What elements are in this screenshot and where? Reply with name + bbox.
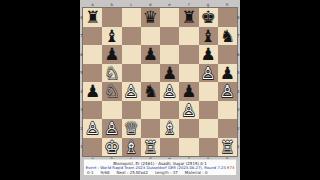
black-queen-d8: ♛ xyxy=(143,8,158,27)
white-bishop-c1: ♗ xyxy=(124,138,139,157)
white-knight-b5: ♘ xyxy=(104,64,119,83)
white-pawn-f3: ♙ xyxy=(181,101,196,120)
square-d7 xyxy=(141,27,160,46)
square-f2 xyxy=(179,119,198,138)
square-g7: ♝ xyxy=(199,27,218,46)
square-e7 xyxy=(160,27,179,46)
rank-label-1-left: 1 xyxy=(78,145,86,149)
square-e3 xyxy=(160,101,179,120)
rank-label-8-right: 8 xyxy=(234,16,242,20)
white-knight-b4: ♘ xyxy=(104,82,119,101)
rank-label-1-right: 1 xyxy=(234,145,242,149)
white-king-b1: ♔ xyxy=(104,138,119,157)
rank-label-7-left: 7 xyxy=(78,34,86,38)
file-label-c-top: c xyxy=(127,3,135,7)
square-d2 xyxy=(141,119,160,138)
square-b8 xyxy=(102,8,121,27)
square-b2: ♙ xyxy=(102,119,121,138)
square-f6 xyxy=(179,45,198,64)
file-label-d-top: d xyxy=(146,3,154,7)
rank-label-3-right: 3 xyxy=(234,108,242,112)
file-label-h-top: h xyxy=(223,3,231,7)
square-f1 xyxy=(179,138,198,157)
black-knight-h7: ♞ xyxy=(220,27,235,46)
video-frame: { "game": "chess", "position": { "fen": … xyxy=(0,0,320,180)
white-rook-h1: ♖ xyxy=(220,138,235,157)
square-d4: ♞ xyxy=(141,82,160,101)
square-c4: ♙ xyxy=(122,82,141,101)
stat-item-3: Length : 37 xyxy=(155,170,178,175)
square-g8: ♚ xyxy=(199,8,218,27)
white-pawn-e4: ♙ xyxy=(162,82,177,101)
square-a7 xyxy=(83,27,102,46)
rank-label-8-left: 8 xyxy=(78,16,86,20)
square-a5 xyxy=(83,64,102,83)
square-b3 xyxy=(102,101,121,120)
square-d6: ♟ xyxy=(141,45,160,64)
rank-label-3-left: 3 xyxy=(78,108,86,112)
square-g6: ♟ xyxy=(199,45,218,64)
square-e6 xyxy=(160,45,179,64)
stat-item-1: 9/68 xyxy=(101,170,110,175)
black-king-g8: ♚ xyxy=(201,8,216,27)
square-b5: ♘ xyxy=(102,64,121,83)
stat-item-2: Next : 25.Nfxd2 xyxy=(117,170,148,175)
square-g1 xyxy=(199,138,218,157)
square-d8: ♛ xyxy=(141,8,160,27)
file-label-g-top: g xyxy=(204,3,212,7)
rank-label-6-right: 6 xyxy=(234,53,242,57)
square-b6: ♟ xyxy=(102,45,121,64)
stats-line: 0-19/68Next : 25.Nfxd2Length : 37Materia… xyxy=(84,170,236,175)
black-bishop-b7: ♝ xyxy=(104,27,119,46)
square-a6 xyxy=(83,45,102,64)
white-pawn-g5: ♙ xyxy=(201,64,216,83)
square-b1: ♔ xyxy=(102,138,121,157)
square-c7 xyxy=(122,27,141,46)
square-c5 xyxy=(122,64,141,83)
square-a2: ♙ xyxy=(83,119,102,138)
square-a1 xyxy=(83,138,102,157)
black-bishop-g7: ♝ xyxy=(201,27,216,46)
rank-label-4-left: 4 xyxy=(78,90,86,94)
square-e1 xyxy=(160,138,179,157)
square-f7 xyxy=(179,27,198,46)
square-g4 xyxy=(199,82,218,101)
diagram-panel: ♜♛♜♚♝♝♞♟♟♟♘♟♙♟♟♘♙♞♙♟♙♙♙♙♕♗♔♗♖♖ aabbccdde… xyxy=(80,0,240,180)
event-link: World Rapid Team 2023 Dusseldorf GER (20… xyxy=(100,166,226,170)
square-f4: ♟ xyxy=(179,82,198,101)
square-e5: ♟ xyxy=(160,64,179,83)
square-g2 xyxy=(199,119,218,138)
black-pawn-d6: ♟ xyxy=(143,45,158,64)
black-pawn-g6: ♟ xyxy=(201,45,216,64)
black-pawn-f4: ♟ xyxy=(181,82,196,101)
black-rook-f8: ♜ xyxy=(181,8,196,27)
file-label-f-top: f xyxy=(185,3,193,7)
black-knight-d4: ♞ xyxy=(143,82,158,101)
square-a8: ♜ xyxy=(83,8,102,27)
square-d5 xyxy=(141,64,160,83)
square-d3 xyxy=(141,101,160,120)
rank-label-5-right: 5 xyxy=(234,71,242,75)
rank-label-7-right: 7 xyxy=(234,34,242,38)
square-c3 xyxy=(122,101,141,120)
black-rook-a8: ♜ xyxy=(85,8,100,27)
square-b7: ♝ xyxy=(102,27,121,46)
file-label-e-top: e xyxy=(166,3,174,7)
square-a4: ♟ xyxy=(83,82,102,101)
stat-item-0: 0-1 xyxy=(87,170,94,175)
rank-label-2-right: 2 xyxy=(234,127,242,131)
square-f5 xyxy=(179,64,198,83)
stat-item-4: Material : 0 xyxy=(185,170,208,175)
eco-code: E73 xyxy=(226,166,234,170)
square-e4: ♙ xyxy=(160,82,179,101)
square-c2: ♕ xyxy=(122,119,141,138)
event-label: Event : xyxy=(86,166,101,170)
rank-label-5-left: 5 xyxy=(78,71,86,75)
square-f8: ♜ xyxy=(179,8,198,27)
square-c1: ♗ xyxy=(122,138,141,157)
white-rook-d1: ♖ xyxy=(143,138,158,157)
black-pawn-e5: ♟ xyxy=(162,64,177,83)
square-b4: ♘ xyxy=(102,82,121,101)
square-c8 xyxy=(122,8,141,27)
white-pawn-b2: ♙ xyxy=(104,119,119,138)
white-pawn-h4: ♙ xyxy=(220,82,235,101)
square-e2: ♗ xyxy=(160,119,179,138)
square-g3 xyxy=(199,101,218,120)
file-label-b-top: b xyxy=(108,3,116,7)
white-bishop-e2: ♗ xyxy=(162,119,177,138)
square-a3 xyxy=(83,101,102,120)
game-caption: Blomqvist, Er (2461) - Asadli, Vugar (25… xyxy=(84,159,236,175)
black-pawn-h5: ♟ xyxy=(220,64,235,83)
file-label-a-top: a xyxy=(89,3,97,7)
square-f3: ♙ xyxy=(179,101,198,120)
rank-label-6-left: 6 xyxy=(78,53,86,57)
white-queen-c2: ♕ xyxy=(124,119,139,138)
white-pawn-a2: ♙ xyxy=(85,119,100,138)
rank-label-4-right: 4 xyxy=(234,90,242,94)
square-e8 xyxy=(160,8,179,27)
chess-board: ♜♛♜♚♝♝♞♟♟♟♘♟♙♟♟♘♙♞♙♟♙♙♙♙♕♗♔♗♖♖ xyxy=(83,8,237,156)
white-pawn-c4: ♙ xyxy=(124,82,139,101)
rank-label-2-left: 2 xyxy=(78,127,86,131)
square-g5: ♙ xyxy=(199,64,218,83)
black-pawn-a4: ♟ xyxy=(85,82,100,101)
square-d1: ♖ xyxy=(141,138,160,157)
square-c6 xyxy=(122,45,141,64)
black-pawn-b6: ♟ xyxy=(104,45,119,64)
